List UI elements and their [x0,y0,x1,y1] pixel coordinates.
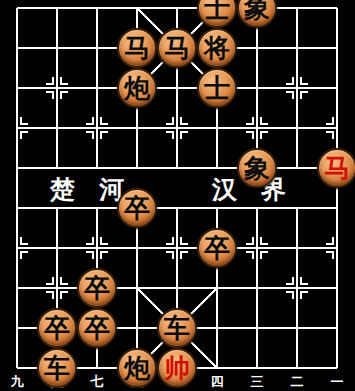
piece-black-cannon[interactable]: 炮 [117,68,157,108]
xiangqi-board: 楚河 汉界 九八七六五四三二一 士象马马将炮士象马卒卒卒卒卒车车炮帅 [0,0,355,391]
piece-black-elephant[interactable]: 象 [237,148,277,188]
piece-black-horse[interactable]: 马 [157,28,197,68]
piece-black-chariot[interactable]: 车 [157,308,197,348]
piece-black-soldier[interactable]: 卒 [117,188,157,228]
piece-black-soldier[interactable]: 卒 [77,268,117,308]
piece-black-elephant[interactable]: 象 [237,0,277,28]
piece-black-soldier[interactable]: 卒 [197,228,237,268]
piece-black-cannon[interactable]: 炮 [117,348,157,388]
piece-red-horse[interactable]: 马 [317,148,355,188]
pieces-layer: 士象马马将炮士象马卒卒卒卒卒车车炮帅 [0,0,355,388]
piece-black-soldier[interactable]: 卒 [37,308,77,348]
piece-black-horse[interactable]: 马 [117,28,157,68]
piece-red-general[interactable]: 帅 [157,348,197,388]
piece-black-soldier[interactable]: 卒 [77,308,117,348]
piece-black-chariot[interactable]: 车 [37,348,77,388]
piece-black-general[interactable]: 将 [197,28,237,68]
piece-black-advisor[interactable]: 士 [197,68,237,108]
piece-black-advisor[interactable]: 士 [197,0,237,28]
